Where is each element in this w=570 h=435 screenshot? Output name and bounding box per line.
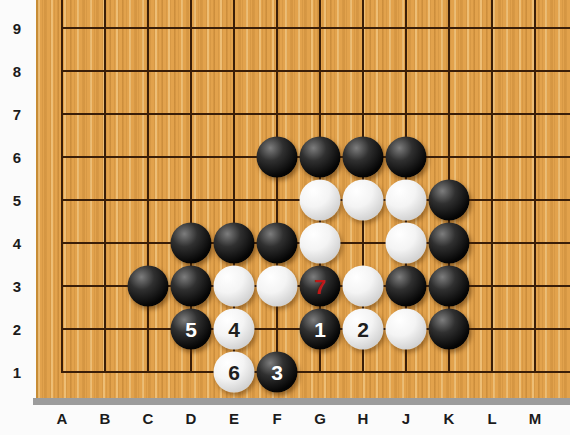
stone-white-H3[interactable] <box>343 266 384 307</box>
grid-line-v-L <box>491 0 493 373</box>
grid-line-v-A <box>61 0 63 373</box>
grid-line-h-7 <box>61 113 570 115</box>
stone-black-F4[interactable] <box>257 223 298 264</box>
col-label-J: J <box>391 411 421 426</box>
board-edge-shadow <box>33 398 570 405</box>
stone-white-J4[interactable] <box>386 223 427 264</box>
col-label-F: F <box>262 411 292 426</box>
stone-black-G2[interactable]: 1 <box>300 309 341 350</box>
stone-black-K3[interactable] <box>429 266 470 307</box>
stone-white-H2[interactable]: 2 <box>343 309 384 350</box>
stone-black-D2[interactable]: 5 <box>171 309 212 350</box>
stone-white-E3[interactable] <box>214 266 255 307</box>
grid-line-h-1 <box>61 371 570 373</box>
stone-black-K4[interactable] <box>429 223 470 264</box>
stone-white-J5[interactable] <box>386 180 427 221</box>
row-label-5: 5 <box>0 193 34 208</box>
stone-black-H6[interactable] <box>343 137 384 178</box>
stone-black-G6[interactable] <box>300 137 341 178</box>
row-label-8: 8 <box>0 64 34 79</box>
grid-line-v-B <box>104 0 106 373</box>
stone-black-K2[interactable] <box>429 309 470 350</box>
row-label-1: 1 <box>0 365 34 380</box>
col-label-H: H <box>348 411 378 426</box>
stone-black-F6[interactable] <box>257 137 298 178</box>
stone-white-E2[interactable]: 4 <box>214 309 255 350</box>
stone-black-D3[interactable] <box>171 266 212 307</box>
go-problem-viewer: 987654321ABCDEFGHJKLM 7513426 <box>0 0 570 435</box>
col-label-L: L <box>477 411 507 426</box>
grid-line-v-M <box>534 0 536 373</box>
stone-white-F3[interactable] <box>257 266 298 307</box>
row-label-4: 4 <box>0 236 34 251</box>
stone-black-C3[interactable] <box>128 266 169 307</box>
col-label-C: C <box>133 411 163 426</box>
stone-white-G5[interactable] <box>300 180 341 221</box>
col-label-G: G <box>305 411 335 426</box>
grid-line-h-8 <box>61 70 570 72</box>
move-number: 5 <box>185 319 197 340</box>
move-number: 4 <box>228 319 240 340</box>
col-label-B: B <box>90 411 120 426</box>
row-label-3: 3 <box>0 279 34 294</box>
grid-line-h-9 <box>61 27 570 29</box>
stone-black-J6[interactable] <box>386 137 427 178</box>
stone-black-J3[interactable] <box>386 266 427 307</box>
stone-black-G3[interactable]: 7 <box>300 266 341 307</box>
move-number: 3 <box>271 362 283 383</box>
stone-black-D4[interactable] <box>171 223 212 264</box>
stone-black-K5[interactable] <box>429 180 470 221</box>
move-number: 1 <box>314 319 326 340</box>
latest-move-number: 7 <box>314 276 326 297</box>
col-label-K: K <box>434 411 464 426</box>
row-label-7: 7 <box>0 107 34 122</box>
stone-white-G4[interactable] <box>300 223 341 264</box>
move-number: 6 <box>228 362 240 383</box>
grid-line-v-F <box>276 0 278 373</box>
row-label-6: 6 <box>0 150 34 165</box>
stone-white-J2[interactable] <box>386 309 427 350</box>
col-label-D: D <box>176 411 206 426</box>
col-label-E: E <box>219 411 249 426</box>
col-label-A: A <box>47 411 77 426</box>
stone-black-E4[interactable] <box>214 223 255 264</box>
col-label-M: M <box>520 411 550 426</box>
stone-white-E1[interactable]: 6 <box>214 352 255 393</box>
row-label-2: 2 <box>0 322 34 337</box>
stone-white-H5[interactable] <box>343 180 384 221</box>
move-number: 2 <box>357 319 369 340</box>
row-label-9: 9 <box>0 21 34 36</box>
stone-black-F1[interactable]: 3 <box>257 352 298 393</box>
grid-line-v-C <box>147 0 149 373</box>
